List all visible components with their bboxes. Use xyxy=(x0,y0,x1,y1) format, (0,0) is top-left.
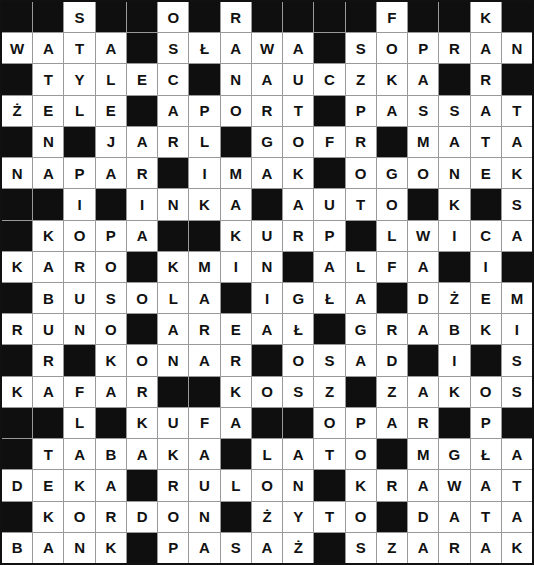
block-cell xyxy=(439,408,469,438)
letter-cell[interactable]: D xyxy=(408,502,438,532)
block-cell xyxy=(439,2,469,32)
letter-cell[interactable]: D xyxy=(408,283,438,313)
block-cell xyxy=(127,533,157,563)
letter-cell[interactable]: K xyxy=(2,377,32,407)
letter-cell[interactable]: I xyxy=(439,345,469,375)
letter-cell[interactable]: A xyxy=(471,533,501,563)
letter-cell[interactable]: K xyxy=(439,189,469,219)
block-cell xyxy=(346,2,376,32)
crossword-board: SORFKWATASŁAWASOPRANTYLECNAUCZKARŻELEAPO… xyxy=(0,0,534,565)
letter-cell[interactable]: N xyxy=(158,189,188,219)
letter-cell[interactable]: A xyxy=(96,158,126,188)
letter-cell[interactable]: T xyxy=(471,127,501,157)
letter-cell[interactable]: R xyxy=(408,408,438,438)
letter-cell[interactable]: T xyxy=(471,502,501,532)
block-cell xyxy=(502,408,532,438)
letter-cell[interactable]: R xyxy=(471,64,501,94)
letter-cell[interactable]: Ł xyxy=(314,283,344,313)
block-cell xyxy=(2,502,32,532)
block-cell xyxy=(408,2,438,32)
letter-cell[interactable]: K xyxy=(96,533,126,563)
letter-cell[interactable]: R xyxy=(96,502,126,532)
crossword-grid: SORFKWATASŁAWASOPRANTYLECNAUCZKARŻELEAPO… xyxy=(0,0,534,565)
letter-cell[interactable]: A xyxy=(471,33,501,63)
letter-cell[interactable]: O xyxy=(346,439,376,469)
letter-cell[interactable]: S xyxy=(221,533,251,563)
block-cell xyxy=(346,377,376,407)
letter-cell[interactable]: K xyxy=(439,377,469,407)
letter-cell[interactable]: R xyxy=(377,470,407,500)
block-cell xyxy=(96,408,126,438)
letter-cell[interactable]: U xyxy=(189,470,219,500)
block-cell xyxy=(33,189,63,219)
letter-cell[interactable]: A xyxy=(283,33,313,63)
letter-cell[interactable]: K xyxy=(346,470,376,500)
letter-cell[interactable]: K xyxy=(471,2,501,32)
letter-cell[interactable]: Ż xyxy=(283,533,313,563)
letter-cell[interactable]: A xyxy=(502,127,532,157)
letter-cell[interactable]: R xyxy=(439,533,469,563)
block-cell xyxy=(2,64,32,94)
letter-cell[interactable]: A xyxy=(221,33,251,63)
letter-cell[interactable]: B xyxy=(33,283,63,313)
letter-cell[interactable]: O xyxy=(158,502,188,532)
letter-cell[interactable]: A xyxy=(471,96,501,126)
block-cell xyxy=(314,33,344,63)
letter-cell[interactable]: N xyxy=(439,158,469,188)
block-cell xyxy=(377,439,407,469)
letter-cell[interactable]: Ż xyxy=(439,283,469,313)
letter-cell[interactable]: Ż xyxy=(252,502,282,532)
block-cell xyxy=(221,439,251,469)
block-cell xyxy=(502,2,532,32)
letter-cell[interactable]: Z xyxy=(377,377,407,407)
letter-cell[interactable]: P xyxy=(96,221,126,251)
block-cell xyxy=(439,64,469,94)
letter-cell[interactable]: C xyxy=(471,221,501,251)
block-cell xyxy=(314,470,344,500)
letter-cell[interactable]: U xyxy=(64,283,94,313)
block-cell xyxy=(2,189,32,219)
block-cell xyxy=(127,252,157,282)
letter-cell[interactable]: F xyxy=(314,127,344,157)
letter-cell[interactable]: O xyxy=(377,189,407,219)
letter-cell[interactable]: K xyxy=(502,533,532,563)
letter-cell[interactable]: A xyxy=(189,533,219,563)
block-cell xyxy=(377,283,407,313)
letter-cell[interactable]: Z xyxy=(346,64,376,94)
letter-cell[interactable]: G xyxy=(346,314,376,344)
letter-cell[interactable]: P xyxy=(189,96,219,126)
letter-cell[interactable]: G xyxy=(252,127,282,157)
letter-cell[interactable]: E xyxy=(33,96,63,126)
letter-cell[interactable]: I xyxy=(64,189,94,219)
letter-cell[interactable]: A xyxy=(314,252,344,282)
letter-cell[interactable]: M xyxy=(189,252,219,282)
letter-cell[interactable]: N xyxy=(502,33,532,63)
letter-cell[interactable]: R xyxy=(127,377,157,407)
letter-cell[interactable]: K xyxy=(64,470,94,500)
letter-cell[interactable]: S xyxy=(314,345,344,375)
letter-cell[interactable]: A xyxy=(377,408,407,438)
letter-cell[interactable]: F xyxy=(377,2,407,32)
letter-cell[interactable]: P xyxy=(314,221,344,251)
letter-cell[interactable]: K xyxy=(189,189,219,219)
letter-cell[interactable]: O xyxy=(221,96,251,126)
letter-cell[interactable]: S xyxy=(64,2,94,32)
letter-cell[interactable]: T xyxy=(283,96,313,126)
block-cell xyxy=(158,221,188,251)
letter-cell[interactable]: Ł xyxy=(471,439,501,469)
letter-cell[interactable]: A xyxy=(252,64,282,94)
block-cell xyxy=(439,252,469,282)
letter-cell[interactable]: R xyxy=(283,221,313,251)
block-cell xyxy=(127,96,157,126)
letter-cell[interactable]: I xyxy=(439,221,469,251)
letter-cell[interactable]: O xyxy=(314,408,344,438)
letter-cell[interactable]: E xyxy=(221,314,251,344)
block-cell xyxy=(64,345,94,375)
block-cell xyxy=(314,158,344,188)
block-cell xyxy=(252,189,282,219)
letter-cell[interactable]: O xyxy=(346,502,376,532)
letter-cell[interactable]: T xyxy=(502,96,532,126)
letter-cell[interactable]: K xyxy=(283,158,313,188)
letter-cell[interactable]: K xyxy=(377,64,407,94)
letter-cell[interactable]: K xyxy=(158,252,188,282)
block-cell xyxy=(158,377,188,407)
letter-cell[interactable]: O xyxy=(252,470,282,500)
letter-cell[interactable]: N xyxy=(189,502,219,532)
letter-cell[interactable]: A xyxy=(96,377,126,407)
letter-cell[interactable]: Ł xyxy=(189,33,219,63)
letter-cell[interactable]: A xyxy=(127,127,157,157)
letter-cell[interactable]: L xyxy=(189,127,219,157)
letter-cell[interactable]: A xyxy=(439,127,469,157)
letter-cell[interactable]: S xyxy=(346,33,376,63)
letter-cell[interactable]: O xyxy=(471,377,501,407)
letter-cell[interactable]: D xyxy=(377,345,407,375)
letter-cell[interactable]: M xyxy=(408,439,438,469)
letter-cell[interactable]: L xyxy=(64,408,94,438)
letter-cell[interactable]: P xyxy=(346,408,376,438)
letter-cell[interactable]: E xyxy=(33,470,63,500)
letter-cell[interactable]: A xyxy=(221,189,251,219)
block-cell xyxy=(252,2,282,32)
letter-cell[interactable]: C xyxy=(314,64,344,94)
letter-cell[interactable]: L xyxy=(377,221,407,251)
letter-cell[interactable]: Y xyxy=(64,64,94,94)
letter-cell[interactable]: O xyxy=(96,252,126,282)
letter-cell[interactable]: Ł xyxy=(283,314,313,344)
letter-cell[interactable]: R xyxy=(221,2,251,32)
block-cell xyxy=(283,408,313,438)
block-cell xyxy=(346,221,376,251)
letter-cell[interactable]: J xyxy=(96,127,126,157)
letter-cell[interactable]: R xyxy=(189,314,219,344)
letter-cell[interactable]: L xyxy=(96,64,126,94)
letter-cell[interactable]: M xyxy=(408,127,438,157)
letter-cell[interactable]: A xyxy=(96,33,126,63)
block-cell xyxy=(127,314,157,344)
letter-cell[interactable]: S xyxy=(439,96,469,126)
letter-cell[interactable]: U xyxy=(158,408,188,438)
letter-cell[interactable]: A xyxy=(252,533,282,563)
letter-cell[interactable]: F xyxy=(64,377,94,407)
letter-cell[interactable]: K xyxy=(221,377,251,407)
letter-cell[interactable]: S xyxy=(408,96,438,126)
letter-cell[interactable]: R xyxy=(158,127,188,157)
letter-cell[interactable]: L xyxy=(221,470,251,500)
letter-cell[interactable]: O xyxy=(252,377,282,407)
block-cell xyxy=(33,2,63,32)
letter-cell[interactable]: U xyxy=(33,314,63,344)
letter-cell[interactable]: O xyxy=(127,283,157,313)
block-cell xyxy=(127,33,157,63)
letter-cell[interactable]: L xyxy=(252,439,282,469)
letter-cell[interactable]: M xyxy=(221,158,251,188)
letter-cell[interactable]: N xyxy=(2,158,32,188)
letter-cell[interactable]: A xyxy=(502,502,532,532)
letter-cell[interactable]: S xyxy=(502,189,532,219)
block-cell xyxy=(502,64,532,94)
letter-cell[interactable]: D xyxy=(127,502,157,532)
letter-cell[interactable]: N xyxy=(158,345,188,375)
block-cell xyxy=(377,502,407,532)
letter-cell[interactable]: A xyxy=(33,377,63,407)
letter-cell[interactable]: P xyxy=(471,408,501,438)
block-cell xyxy=(314,314,344,344)
letter-cell[interactable]: E xyxy=(96,96,126,126)
letter-cell[interactable]: S xyxy=(502,377,532,407)
block-cell xyxy=(471,189,501,219)
letter-cell[interactable]: E xyxy=(471,158,501,188)
letter-cell[interactable]: A xyxy=(33,252,63,282)
letter-cell[interactable]: D xyxy=(2,470,32,500)
letter-cell[interactable]: O xyxy=(158,2,188,32)
letter-cell[interactable]: G xyxy=(377,158,407,188)
letter-cell[interactable]: A xyxy=(221,408,251,438)
letter-cell[interactable]: A xyxy=(189,439,219,469)
letter-cell[interactable]: A xyxy=(408,533,438,563)
letter-cell[interactable]: N xyxy=(33,127,63,157)
letter-cell[interactable]: S xyxy=(96,283,126,313)
letter-cell[interactable]: G xyxy=(439,439,469,469)
letter-cell[interactable]: O xyxy=(127,345,157,375)
letter-cell[interactable]: U xyxy=(252,221,282,251)
letter-cell[interactable]: A xyxy=(346,345,376,375)
letter-cell[interactable]: K xyxy=(471,314,501,344)
block-cell xyxy=(189,2,219,32)
letter-cell[interactable]: K xyxy=(221,221,251,251)
letter-cell[interactable]: A xyxy=(346,283,376,313)
letter-cell[interactable]: P xyxy=(64,158,94,188)
letter-cell[interactable]: A xyxy=(64,439,94,469)
letter-cell[interactable]: N xyxy=(64,533,94,563)
letter-cell[interactable]: L xyxy=(64,96,94,126)
letter-cell[interactable]: A xyxy=(408,252,438,282)
letter-cell[interactable]: U xyxy=(283,64,313,94)
letter-cell[interactable]: A xyxy=(471,470,501,500)
letter-cell[interactable]: O xyxy=(377,33,407,63)
letter-cell[interactable]: T xyxy=(346,189,376,219)
block-cell xyxy=(252,408,282,438)
letter-cell[interactable]: W xyxy=(408,221,438,251)
letter-cell[interactable]: O xyxy=(408,158,438,188)
letter-cell[interactable]: T xyxy=(314,439,344,469)
block-cell xyxy=(2,283,32,313)
letter-cell[interactable]: R xyxy=(64,252,94,282)
letter-cell[interactable]: G xyxy=(283,283,313,313)
block-cell xyxy=(2,345,32,375)
letter-cell[interactable]: O xyxy=(96,314,126,344)
letter-cell[interactable]: S xyxy=(502,345,532,375)
block-cell xyxy=(189,64,219,94)
block-cell xyxy=(158,158,188,188)
letter-cell[interactable]: N xyxy=(221,64,251,94)
letter-cell[interactable]: K xyxy=(127,408,157,438)
letter-cell[interactable]: K xyxy=(2,252,32,282)
letter-cell[interactable]: F xyxy=(377,252,407,282)
letter-cell[interactable]: L xyxy=(158,283,188,313)
letter-cell[interactable]: O xyxy=(64,221,94,251)
block-cell xyxy=(377,127,407,157)
letter-cell[interactable]: N xyxy=(283,470,313,500)
block-cell xyxy=(2,408,32,438)
block-cell xyxy=(221,127,251,157)
letter-cell[interactable]: S xyxy=(283,377,313,407)
letter-cell[interactable]: I xyxy=(471,252,501,282)
letter-cell[interactable]: A xyxy=(33,33,63,63)
letter-cell[interactable]: I xyxy=(221,252,251,282)
block-cell xyxy=(189,221,219,251)
block-cell xyxy=(314,2,344,32)
letter-cell[interactable]: A xyxy=(408,64,438,94)
letter-cell[interactable]: Z xyxy=(377,533,407,563)
block-cell xyxy=(408,345,438,375)
letter-cell[interactable]: A xyxy=(283,189,313,219)
block-cell xyxy=(283,2,313,32)
letter-cell[interactable]: N xyxy=(252,252,282,282)
letter-cell[interactable]: A xyxy=(408,377,438,407)
letter-cell[interactable]: A xyxy=(502,221,532,251)
block-cell xyxy=(221,502,251,532)
letter-cell[interactable]: R xyxy=(346,127,376,157)
letter-cell[interactable]: A xyxy=(252,158,282,188)
letter-cell[interactable]: R xyxy=(252,96,282,126)
letter-cell[interactable]: Ż xyxy=(2,96,32,126)
letter-cell[interactable]: R xyxy=(439,33,469,63)
letter-cell[interactable]: K xyxy=(158,439,188,469)
letter-cell[interactable]: A xyxy=(408,470,438,500)
letter-cell[interactable]: E xyxy=(127,64,157,94)
letter-cell[interactable]: Y xyxy=(283,502,313,532)
letter-cell[interactable]: C xyxy=(158,64,188,94)
letter-cell[interactable]: W xyxy=(439,470,469,500)
letter-cell[interactable]: A xyxy=(377,96,407,126)
letter-cell[interactable]: R xyxy=(127,158,157,188)
block-cell xyxy=(96,189,126,219)
letter-cell[interactable]: S xyxy=(158,33,188,63)
letter-cell[interactable]: I xyxy=(127,189,157,219)
letter-cell[interactable]: T xyxy=(314,502,344,532)
letter-cell[interactable]: A xyxy=(189,283,219,313)
letter-cell[interactable]: T xyxy=(33,439,63,469)
letter-cell[interactable]: A xyxy=(158,314,188,344)
letter-cell[interactable]: F xyxy=(189,408,219,438)
letter-cell[interactable]: A xyxy=(158,96,188,126)
letter-cell[interactable]: B xyxy=(2,533,32,563)
block-cell xyxy=(502,252,532,282)
letter-cell[interactable]: P xyxy=(158,533,188,563)
letter-cell[interactable]: N xyxy=(64,314,94,344)
block-cell xyxy=(252,345,282,375)
letter-cell[interactable]: R xyxy=(377,314,407,344)
letter-cell[interactable]: K xyxy=(96,345,126,375)
letter-cell[interactable]: S xyxy=(346,533,376,563)
letter-cell[interactable]: K xyxy=(502,158,532,188)
letter-cell[interactable]: A xyxy=(439,502,469,532)
letter-cell[interactable]: T xyxy=(33,64,63,94)
letter-cell[interactable]: A xyxy=(33,158,63,188)
letter-cell[interactable]: B xyxy=(96,439,126,469)
letter-cell[interactable]: T xyxy=(64,33,94,63)
letter-cell[interactable]: A xyxy=(127,221,157,251)
block-cell xyxy=(127,2,157,32)
letter-cell[interactable]: K xyxy=(33,502,63,532)
letter-cell[interactable]: M xyxy=(502,283,532,313)
block-cell xyxy=(2,127,32,157)
letter-cell[interactable]: W xyxy=(2,33,32,63)
letter-cell[interactable]: I xyxy=(252,283,282,313)
letter-cell[interactable]: K xyxy=(33,221,63,251)
letter-cell[interactable]: O xyxy=(346,158,376,188)
letter-cell[interactable]: E xyxy=(471,283,501,313)
letter-cell[interactable]: W xyxy=(252,33,282,63)
letter-cell[interactable]: A xyxy=(96,470,126,500)
block-cell xyxy=(96,2,126,32)
letter-cell[interactable]: R xyxy=(2,314,32,344)
block-cell xyxy=(314,533,344,563)
letter-cell[interactable]: Z xyxy=(314,377,344,407)
letter-cell[interactable]: R xyxy=(158,470,188,500)
letter-cell[interactable]: B xyxy=(439,314,469,344)
letter-cell[interactable]: O xyxy=(64,502,94,532)
letter-cell[interactable]: P xyxy=(408,33,438,63)
letter-cell[interactable]: A xyxy=(502,439,532,469)
letter-cell[interactable]: A xyxy=(189,345,219,375)
block-cell xyxy=(64,127,94,157)
letter-cell[interactable]: I xyxy=(502,314,532,344)
letter-cell[interactable]: R xyxy=(221,345,251,375)
block-cell xyxy=(2,439,32,469)
letter-cell[interactable]: A xyxy=(408,314,438,344)
letter-cell[interactable]: A xyxy=(33,533,63,563)
letter-cell[interactable]: A xyxy=(283,439,313,469)
letter-cell[interactable]: P xyxy=(346,96,376,126)
letter-cell[interactable]: I xyxy=(189,158,219,188)
letter-cell[interactable]: A xyxy=(252,314,282,344)
letter-cell[interactable]: O xyxy=(283,127,313,157)
letter-cell[interactable]: U xyxy=(314,189,344,219)
letter-cell[interactable]: A xyxy=(127,439,157,469)
letter-cell[interactable]: T xyxy=(502,470,532,500)
letter-cell[interactable]: L xyxy=(346,252,376,282)
letter-cell[interactable]: O xyxy=(283,345,313,375)
block-cell xyxy=(189,377,219,407)
block-cell xyxy=(33,408,63,438)
letter-cell[interactable]: R xyxy=(33,345,63,375)
